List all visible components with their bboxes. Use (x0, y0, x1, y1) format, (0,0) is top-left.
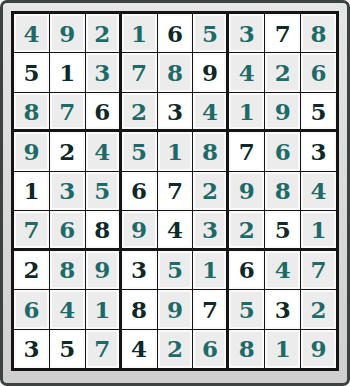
cell-r7c2[interactable]: 8 (50, 251, 85, 289)
cell-digit: 6 (311, 61, 327, 84)
cell-r1c8[interactable]: 7 (265, 14, 300, 52)
cell-r7c8[interactable]: 4 (265, 251, 300, 289)
cell-digit: 2 (59, 140, 75, 163)
cell-digit: 8 (131, 298, 147, 321)
cell-r9c1[interactable]: 3 (14, 330, 49, 368)
solved-cell: 1 (86, 290, 119, 328)
cell-digit: 8 (94, 218, 110, 241)
cell-digit: 9 (59, 22, 75, 45)
cell-r7c1[interactable]: 2 (14, 251, 49, 289)
cell-r2c2[interactable]: 1 (50, 53, 85, 91)
cell-r3c8[interactable]: 9 (265, 93, 300, 131)
cell-digit: 6 (275, 140, 291, 163)
given-cell: 7 (265, 14, 300, 52)
cell-digit: 4 (311, 179, 327, 202)
cell-digit: 9 (202, 61, 218, 84)
solved-cell: 2 (229, 211, 264, 247)
given-cell: 6 (158, 14, 193, 52)
cell-digit: 5 (94, 179, 110, 202)
given-cell: 1 (14, 172, 49, 210)
cell-digit: 2 (239, 218, 255, 241)
cell-r4c9[interactable]: 3 (301, 132, 336, 170)
sudoku-board: 4921653785137894268762341959245187631356… (11, 11, 339, 371)
cell-digit: 5 (131, 140, 147, 163)
cell-digit: 2 (167, 337, 183, 360)
cell-digit: 4 (275, 258, 291, 281)
cell-digit: 6 (59, 218, 75, 241)
cell-digit: 7 (311, 258, 327, 281)
given-cell: 5 (265, 211, 300, 247)
cell-digit: 8 (311, 22, 327, 45)
cell-digit: 6 (94, 100, 110, 123)
solved-cell: 1 (193, 251, 226, 289)
solved-cell: 7 (14, 211, 49, 247)
cell-r6c2[interactable]: 6 (50, 211, 85, 249)
solved-cell: 4 (265, 251, 300, 289)
cell-digit: 4 (167, 218, 183, 241)
cell-digit: 9 (167, 298, 183, 321)
cell-digit: 2 (202, 179, 218, 202)
cell-digit: 7 (59, 100, 75, 123)
solved-cell: 6 (14, 290, 49, 328)
cell-digit: 2 (311, 298, 327, 321)
cell-r3c5[interactable]: 3 (158, 93, 193, 131)
solved-cell: 4 (14, 14, 49, 52)
cell-digit: 9 (94, 258, 110, 281)
solved-cell: 4 (301, 172, 336, 210)
cell-digit: 5 (239, 298, 255, 321)
given-cell: 6 (86, 93, 119, 129)
solved-cell: 2 (265, 53, 300, 91)
cell-digit: 5 (311, 100, 327, 123)
cell-r7c9[interactable]: 7 (301, 251, 336, 289)
given-cell: 6 (229, 251, 264, 289)
cell-digit: 5 (275, 218, 291, 241)
cell-digit: 8 (167, 61, 183, 84)
cell-digit: 8 (275, 179, 291, 202)
solved-cell: 9 (50, 14, 85, 52)
cell-r2c9[interactable]: 6 (301, 53, 336, 91)
solved-cell: 4 (229, 53, 264, 91)
cell-digit: 9 (239, 179, 255, 202)
cell-digit: 1 (23, 179, 39, 202)
solved-cell: 8 (50, 251, 85, 289)
solved-cell: 8 (301, 14, 336, 52)
given-cell: 1 (50, 53, 85, 91)
cell-r9c7[interactable]: 8 (229, 330, 264, 368)
cell-r4c2[interactable]: 2 (50, 132, 85, 170)
cell-r8c6[interactable]: 7 (193, 290, 228, 328)
cell-r8c1[interactable]: 6 (14, 290, 49, 328)
cell-r1c9[interactable]: 8 (301, 14, 336, 52)
cell-r1c6[interactable]: 5 (193, 14, 228, 52)
solved-cell: 2 (158, 330, 193, 368)
solved-cell: 9 (229, 172, 264, 210)
solved-cell: 8 (229, 330, 264, 368)
cell-r9c4[interactable]: 4 (122, 330, 157, 368)
cell-r9c9[interactable]: 9 (301, 330, 336, 368)
cell-r5c9[interactable]: 4 (301, 172, 336, 210)
cell-r7c4[interactable]: 3 (122, 251, 157, 289)
given-cell: 7 (193, 290, 226, 328)
given-cell: 4 (158, 211, 193, 247)
cell-r3c3[interactable]: 6 (86, 93, 121, 131)
cell-digit: 6 (167, 22, 183, 45)
cell-r3c6[interactable]: 4 (193, 93, 228, 131)
cell-digit: 5 (59, 337, 75, 360)
solved-cell: 8 (265, 172, 300, 210)
cell-digit: 9 (275, 100, 291, 123)
solved-cell: 9 (122, 211, 157, 247)
cell-r1c5[interactable]: 6 (158, 14, 193, 52)
cell-r6c5[interactable]: 4 (158, 211, 193, 249)
cell-digit: 7 (275, 22, 291, 45)
cell-r6c1[interactable]: 7 (14, 211, 49, 249)
cell-r6c6[interactable]: 3 (193, 211, 228, 249)
solved-cell: 9 (301, 330, 336, 368)
cell-r4c3[interactable]: 4 (86, 132, 121, 170)
solved-cell: 9 (86, 251, 119, 289)
cell-r7c7[interactable]: 6 (229, 251, 264, 289)
solved-cell: 1 (158, 132, 193, 170)
solved-cell: 5 (122, 132, 157, 170)
cell-r9c5[interactable]: 2 (158, 330, 193, 368)
cell-r1c3[interactable]: 2 (86, 14, 121, 52)
cell-digit: 6 (131, 179, 147, 202)
cell-digit: 7 (23, 218, 39, 241)
cell-r6c7[interactable]: 2 (229, 211, 264, 249)
cell-digit: 7 (131, 61, 147, 84)
cell-digit: 7 (202, 298, 218, 321)
cell-digit: 3 (239, 22, 255, 45)
cell-digit: 1 (275, 337, 291, 360)
cell-r5c2[interactable]: 3 (50, 172, 85, 210)
given-cell: 5 (14, 53, 49, 91)
cell-digit: 8 (23, 100, 39, 123)
cell-r2c5[interactable]: 8 (158, 53, 193, 91)
cell-digit: 3 (167, 100, 183, 123)
cell-digit: 5 (167, 258, 183, 281)
cell-digit: 4 (23, 22, 39, 45)
solved-cell: 3 (229, 14, 264, 52)
cell-digit: 4 (59, 298, 75, 321)
cell-r4c6[interactable]: 8 (193, 132, 228, 170)
cell-r8c8[interactable]: 3 (265, 290, 300, 328)
cell-r5c8[interactable]: 8 (265, 172, 300, 210)
cell-r8c2[interactable]: 4 (50, 290, 85, 328)
cell-digit: 3 (59, 179, 75, 202)
cell-r6c3[interactable]: 8 (86, 211, 121, 249)
given-cell: 9 (193, 53, 226, 91)
cell-digit: 9 (23, 140, 39, 163)
cell-r8c5[interactable]: 9 (158, 290, 193, 328)
cell-digit: 4 (94, 140, 110, 163)
cell-r1c1[interactable]: 4 (14, 14, 49, 52)
solved-cell: 5 (158, 251, 193, 289)
cell-r9c8[interactable]: 1 (265, 330, 300, 368)
cell-digit: 3 (131, 258, 147, 281)
cell-digit: 3 (23, 337, 39, 360)
cell-digit: 3 (94, 61, 110, 84)
cell-r8c4[interactable]: 8 (122, 290, 157, 328)
cell-r1c7[interactable]: 3 (229, 14, 264, 52)
solved-cell: 2 (122, 93, 157, 129)
cell-r7c3[interactable]: 9 (86, 251, 121, 289)
cell-r6c9[interactable]: 1 (301, 211, 336, 249)
cell-r5c5[interactable]: 7 (158, 172, 193, 210)
cell-digit: 1 (131, 22, 147, 45)
given-cell: 5 (50, 330, 85, 368)
solved-cell: 7 (122, 53, 157, 91)
cell-r2c7[interactable]: 4 (229, 53, 264, 91)
solved-cell: 6 (193, 330, 226, 368)
cell-digit: 3 (311, 140, 327, 163)
given-cell: 7 (158, 172, 193, 210)
solved-cell: 2 (301, 290, 336, 328)
cell-digit: 2 (275, 61, 291, 84)
solved-cell: 3 (50, 172, 85, 210)
cell-digit: 4 (239, 61, 255, 84)
cell-r3c1[interactable]: 8 (14, 93, 49, 131)
solved-cell: 4 (193, 93, 226, 129)
given-cell: 8 (122, 290, 157, 328)
cell-digit: 8 (59, 258, 75, 281)
cell-digit: 6 (23, 298, 39, 321)
solved-cell: 3 (193, 211, 226, 247)
given-cell: 2 (14, 251, 49, 289)
cell-digit: 1 (167, 140, 183, 163)
cell-r6c8[interactable]: 5 (265, 211, 300, 249)
solved-cell: 5 (193, 14, 226, 52)
cell-r8c3[interactable]: 1 (86, 290, 121, 328)
solved-cell: 9 (158, 290, 193, 328)
cell-r4c1[interactable]: 9 (14, 132, 49, 170)
cell-r5c7[interactable]: 9 (229, 172, 264, 210)
cell-r3c2[interactable]: 7 (50, 93, 85, 131)
cell-digit: 9 (131, 218, 147, 241)
sudoku-widget: 4921653785137894268762341959245187631356… (0, 0, 350, 386)
cell-digit: 1 (202, 258, 218, 281)
cell-r2c1[interactable]: 5 (14, 53, 49, 91)
cell-r8c7[interactable]: 5 (229, 290, 264, 328)
given-cell: 7 (229, 132, 264, 170)
cell-r9c6[interactable]: 6 (193, 330, 228, 368)
cell-digit: 1 (59, 61, 75, 84)
solved-cell: 2 (86, 14, 119, 52)
solved-cell: 1 (122, 14, 157, 52)
solved-cell: 8 (158, 53, 193, 91)
cell-r9c2[interactable]: 5 (50, 330, 85, 368)
solved-cell: 9 (14, 132, 49, 170)
solved-cell: 4 (50, 290, 85, 328)
cell-r2c3[interactable]: 3 (86, 53, 121, 91)
given-cell: 6 (122, 172, 157, 210)
cell-r7c5[interactable]: 5 (158, 251, 193, 289)
solved-cell: 6 (301, 53, 336, 91)
cell-r2c4[interactable]: 7 (122, 53, 157, 91)
cell-digit: 3 (275, 298, 291, 321)
cell-digit: 4 (202, 100, 218, 123)
given-cell: 3 (14, 330, 49, 368)
cell-r3c7[interactable]: 1 (229, 93, 264, 131)
cell-r9c3[interactable]: 7 (86, 330, 121, 368)
cell-r8c9[interactable]: 2 (301, 290, 336, 328)
cell-digit: 9 (311, 337, 327, 360)
cell-r1c4[interactable]: 1 (122, 14, 157, 52)
cell-r4c4[interactable]: 5 (122, 132, 157, 170)
cell-r1c2[interactable]: 9 (50, 14, 85, 52)
solved-cell: 7 (86, 330, 119, 368)
cell-r3c4[interactable]: 2 (122, 93, 157, 131)
cell-r6c4[interactable]: 9 (122, 211, 157, 249)
solved-cell: 8 (193, 132, 226, 170)
solved-cell: 7 (301, 251, 336, 289)
given-cell: 2 (50, 132, 85, 170)
cell-digit: 3 (202, 218, 218, 241)
cell-digit: 7 (167, 179, 183, 202)
cell-r2c8[interactable]: 2 (265, 53, 300, 91)
cell-digit: 1 (239, 100, 255, 123)
cell-r5c3[interactable]: 5 (86, 172, 121, 210)
solved-cell: 6 (265, 132, 300, 170)
given-cell: 5 (301, 93, 336, 129)
cell-r4c5[interactable]: 1 (158, 132, 193, 170)
cell-digit: 2 (94, 22, 110, 45)
cell-r2c6[interactable]: 9 (193, 53, 228, 91)
cell-digit: 5 (202, 22, 218, 45)
cell-r5c6[interactable]: 2 (193, 172, 228, 210)
given-cell: 8 (86, 211, 119, 247)
solved-cell: 1 (229, 93, 264, 129)
given-cell: 4 (122, 330, 157, 368)
cell-digit: 6 (239, 258, 255, 281)
solved-cell: 7 (50, 93, 85, 129)
solved-cell: 5 (86, 172, 119, 210)
solved-cell: 3 (86, 53, 119, 91)
solved-cell: 2 (193, 172, 226, 210)
cell-digit: 7 (94, 337, 110, 360)
given-cell: 3 (265, 290, 300, 328)
solved-cell: 6 (50, 211, 85, 247)
cell-r7c6[interactable]: 1 (193, 251, 228, 289)
given-cell: 3 (122, 251, 157, 289)
cell-digit: 1 (311, 218, 327, 241)
cell-digit: 8 (202, 140, 218, 163)
solved-cell: 9 (265, 93, 300, 129)
cell-digit: 8 (239, 337, 255, 360)
cell-r4c7[interactable]: 7 (229, 132, 264, 170)
solved-cell: 1 (301, 211, 336, 247)
cell-r4c8[interactable]: 6 (265, 132, 300, 170)
cell-digit: 4 (131, 337, 147, 360)
given-cell: 3 (158, 93, 193, 129)
cell-digit: 1 (94, 298, 110, 321)
cell-digit: 5 (23, 61, 39, 84)
cell-r3c9[interactable]: 5 (301, 93, 336, 131)
cell-digit: 6 (202, 337, 218, 360)
cell-digit: 2 (23, 258, 39, 281)
solved-cell: 4 (86, 132, 119, 170)
cell-digit: 7 (239, 140, 255, 163)
solved-cell: 1 (265, 330, 300, 368)
cell-r5c4[interactable]: 6 (122, 172, 157, 210)
cell-digit: 2 (131, 100, 147, 123)
solved-cell: 5 (229, 290, 264, 328)
solved-cell: 8 (14, 93, 49, 129)
cell-r5c1[interactable]: 1 (14, 172, 49, 210)
given-cell: 3 (301, 132, 336, 170)
